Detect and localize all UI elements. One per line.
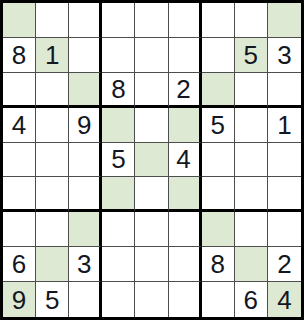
cell-r6c5[interactable]	[135, 177, 168, 212]
cell-r6c3[interactable]	[69, 177, 102, 212]
cell-r4c2[interactable]	[36, 108, 69, 143]
cell-r8c2[interactable]	[36, 247, 69, 282]
cell-r7c6[interactable]	[169, 212, 202, 247]
cell-r4c9[interactable]: 1	[268, 108, 301, 143]
cell-r1c7[interactable]	[202, 3, 235, 38]
cell-r4c6[interactable]	[169, 108, 202, 143]
cell-r3c5[interactable]	[135, 73, 168, 108]
cell-r4c7[interactable]: 5	[202, 108, 235, 143]
cell-r6c4[interactable]	[102, 177, 135, 212]
cell-r1c8[interactable]	[235, 3, 268, 38]
cell-r9c8[interactable]: 6	[235, 282, 268, 317]
cell-r8c6[interactable]	[169, 247, 202, 282]
cell-r9c7[interactable]	[202, 282, 235, 317]
cell-r5c1[interactable]	[3, 143, 36, 178]
cell-r2c1[interactable]: 8	[3, 38, 36, 73]
cell-r1c9[interactable]	[268, 3, 301, 38]
cell-r9c1[interactable]: 9	[3, 282, 36, 317]
cell-r3c1[interactable]	[3, 73, 36, 108]
cell-r1c4[interactable]	[102, 3, 135, 38]
sudoku-board: 81538249515463829564	[0, 0, 304, 320]
cell-r6c7[interactable]	[202, 177, 235, 212]
cell-r5c6[interactable]: 4	[169, 143, 202, 178]
cell-r8c1[interactable]: 6	[3, 247, 36, 282]
cell-r4c5[interactable]	[135, 108, 168, 143]
cell-r9c4[interactable]	[102, 282, 135, 317]
cell-r8c4[interactable]	[102, 247, 135, 282]
cell-r7c1[interactable]	[3, 212, 36, 247]
cell-r7c3[interactable]	[69, 212, 102, 247]
cell-r6c2[interactable]	[36, 177, 69, 212]
cell-r9c9[interactable]: 4	[268, 282, 301, 317]
cell-r1c2[interactable]	[36, 3, 69, 38]
cell-r4c1[interactable]: 4	[3, 108, 36, 143]
cell-r9c6[interactable]	[169, 282, 202, 317]
cell-r2c3[interactable]	[69, 38, 102, 73]
cell-r6c6[interactable]	[169, 177, 202, 212]
cell-r9c2[interactable]: 5	[36, 282, 69, 317]
cell-r8c5[interactable]	[135, 247, 168, 282]
cell-r7c5[interactable]	[135, 212, 168, 247]
cell-r3c7[interactable]	[202, 73, 235, 108]
cell-r4c8[interactable]	[235, 108, 268, 143]
cell-r2c7[interactable]	[202, 38, 235, 73]
cell-r2c2[interactable]: 1	[36, 38, 69, 73]
cell-r7c9[interactable]	[268, 212, 301, 247]
cell-r3c4[interactable]: 8	[102, 73, 135, 108]
cell-r2c4[interactable]	[102, 38, 135, 73]
cell-r5c3[interactable]	[69, 143, 102, 178]
cell-r4c4[interactable]	[102, 108, 135, 143]
cell-r5c5[interactable]	[135, 143, 168, 178]
cell-r9c3[interactable]	[69, 282, 102, 317]
cell-r8c7[interactable]: 8	[202, 247, 235, 282]
cell-r7c7[interactable]	[202, 212, 235, 247]
cell-r5c8[interactable]	[235, 143, 268, 178]
cell-r3c8[interactable]	[235, 73, 268, 108]
cell-r2c8[interactable]: 5	[235, 38, 268, 73]
cell-r2c5[interactable]	[135, 38, 168, 73]
cell-r7c8[interactable]	[235, 212, 268, 247]
cell-r5c2[interactable]	[36, 143, 69, 178]
cell-r8c3[interactable]: 3	[69, 247, 102, 282]
cell-r5c7[interactable]	[202, 143, 235, 178]
cell-r8c9[interactable]: 2	[268, 247, 301, 282]
cell-r3c6[interactable]: 2	[169, 73, 202, 108]
cell-r5c4[interactable]: 5	[102, 143, 135, 178]
cell-r9c5[interactable]	[135, 282, 168, 317]
cell-r7c4[interactable]	[102, 212, 135, 247]
cell-r5c9[interactable]	[268, 143, 301, 178]
cell-r6c9[interactable]	[268, 177, 301, 212]
cell-r2c6[interactable]	[169, 38, 202, 73]
cell-r3c3[interactable]	[69, 73, 102, 108]
cell-r1c5[interactable]	[135, 3, 168, 38]
cell-r2c9[interactable]: 3	[268, 38, 301, 73]
cell-r1c3[interactable]	[69, 3, 102, 38]
cell-r1c1[interactable]	[3, 3, 36, 38]
cell-r6c1[interactable]	[3, 177, 36, 212]
cell-r4c3[interactable]: 9	[69, 108, 102, 143]
cell-r1c6[interactable]	[169, 3, 202, 38]
cell-r7c2[interactable]	[36, 212, 69, 247]
cell-r3c9[interactable]	[268, 73, 301, 108]
cell-r6c8[interactable]	[235, 177, 268, 212]
cell-r3c2[interactable]	[36, 73, 69, 108]
cell-r8c8[interactable]	[235, 247, 268, 282]
